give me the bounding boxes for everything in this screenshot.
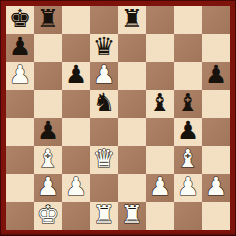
square-d4[interactable] xyxy=(90,118,118,146)
square-f5[interactable]: ♝ xyxy=(146,90,174,118)
square-e7[interactable] xyxy=(118,34,146,62)
white-pawn-g2[interactable]: ♟ xyxy=(177,174,199,201)
white-pawn-f2[interactable]: ♟ xyxy=(149,174,171,201)
square-e2[interactable] xyxy=(118,174,146,202)
square-e3[interactable] xyxy=(118,146,146,174)
white-pawn-b2[interactable]: ♟ xyxy=(37,174,59,201)
white-pawn-a6[interactable]: ♟ xyxy=(9,62,31,89)
black-bishop-f5[interactable]: ♝ xyxy=(149,90,171,117)
square-h4[interactable] xyxy=(202,118,230,146)
square-h8[interactable] xyxy=(202,6,230,34)
white-pawn-h2[interactable]: ♟ xyxy=(205,174,227,201)
square-c7[interactable] xyxy=(62,34,90,62)
black-pawn-g4[interactable]: ♟ xyxy=(177,118,199,145)
square-c3[interactable] xyxy=(62,146,90,174)
square-b1[interactable]: ♚ xyxy=(34,202,62,230)
square-d5[interactable]: ♞ xyxy=(90,90,118,118)
chess-board-frame: ♚♜♜♟♛♟♟♟♟♞♝♝♟♟♝♛♝♟♟♟♟♟♚♜♜ xyxy=(0,0,236,236)
white-rook-d1[interactable]: ♜ xyxy=(93,202,115,229)
square-c6[interactable]: ♟ xyxy=(62,62,90,90)
square-f3[interactable] xyxy=(146,146,174,174)
white-queen-d3[interactable]: ♛ xyxy=(93,146,115,173)
square-f6[interactable] xyxy=(146,62,174,90)
square-h2[interactable]: ♟ xyxy=(202,174,230,202)
square-a3[interactable] xyxy=(6,146,34,174)
square-d3[interactable]: ♛ xyxy=(90,146,118,174)
square-b2[interactable]: ♟ xyxy=(34,174,62,202)
square-e4[interactable] xyxy=(118,118,146,146)
black-queen-d7[interactable]: ♛ xyxy=(93,34,115,61)
white-rook-e1[interactable]: ♜ xyxy=(121,202,143,229)
square-g6[interactable] xyxy=(174,62,202,90)
square-a6[interactable]: ♟ xyxy=(6,62,34,90)
square-d6[interactable]: ♟ xyxy=(90,62,118,90)
square-e1[interactable]: ♜ xyxy=(118,202,146,230)
white-king-b1[interactable]: ♚ xyxy=(37,202,59,229)
square-b7[interactable] xyxy=(34,34,62,62)
white-pawn-c2[interactable]: ♟ xyxy=(65,174,87,201)
square-b6[interactable] xyxy=(34,62,62,90)
square-g3[interactable]: ♝ xyxy=(174,146,202,174)
square-h1[interactable] xyxy=(202,202,230,230)
black-pawn-c6[interactable]: ♟ xyxy=(65,62,87,89)
square-d2[interactable] xyxy=(90,174,118,202)
square-h5[interactable] xyxy=(202,90,230,118)
black-rook-e8[interactable]: ♜ xyxy=(121,6,143,33)
square-g7[interactable] xyxy=(174,34,202,62)
square-c2[interactable]: ♟ xyxy=(62,174,90,202)
square-d7[interactable]: ♛ xyxy=(90,34,118,62)
white-pawn-d6[interactable]: ♟ xyxy=(93,62,115,89)
black-bishop-g5[interactable]: ♝ xyxy=(177,90,199,117)
square-h7[interactable] xyxy=(202,34,230,62)
square-g8[interactable] xyxy=(174,6,202,34)
black-knight-d5[interactable]: ♞ xyxy=(93,90,115,117)
black-pawn-a7[interactable]: ♟ xyxy=(9,34,31,61)
square-e6[interactable] xyxy=(118,62,146,90)
square-a4[interactable] xyxy=(6,118,34,146)
white-bishop-b3[interactable]: ♝ xyxy=(37,146,59,173)
square-b5[interactable] xyxy=(34,90,62,118)
square-c8[interactable] xyxy=(62,6,90,34)
white-bishop-g3[interactable]: ♝ xyxy=(177,146,199,173)
square-b8[interactable]: ♜ xyxy=(34,6,62,34)
square-b3[interactable]: ♝ xyxy=(34,146,62,174)
black-king-a8[interactable]: ♚ xyxy=(9,6,31,33)
square-e5[interactable] xyxy=(118,90,146,118)
square-f4[interactable] xyxy=(146,118,174,146)
square-d1[interactable]: ♜ xyxy=(90,202,118,230)
square-g5[interactable]: ♝ xyxy=(174,90,202,118)
square-h3[interactable] xyxy=(202,146,230,174)
square-a2[interactable] xyxy=(6,174,34,202)
square-g1[interactable] xyxy=(174,202,202,230)
square-c5[interactable] xyxy=(62,90,90,118)
square-a7[interactable]: ♟ xyxy=(6,34,34,62)
square-a5[interactable] xyxy=(6,90,34,118)
square-g2[interactable]: ♟ xyxy=(174,174,202,202)
square-e8[interactable]: ♜ xyxy=(118,6,146,34)
black-rook-b8[interactable]: ♜ xyxy=(37,6,59,33)
black-pawn-h6[interactable]: ♟ xyxy=(205,62,227,89)
square-f8[interactable] xyxy=(146,6,174,34)
square-f2[interactable]: ♟ xyxy=(146,174,174,202)
square-a8[interactable]: ♚ xyxy=(6,6,34,34)
square-f7[interactable] xyxy=(146,34,174,62)
square-b4[interactable]: ♟ xyxy=(34,118,62,146)
black-pawn-b4[interactable]: ♟ xyxy=(37,118,59,145)
square-g4[interactable]: ♟ xyxy=(174,118,202,146)
square-c4[interactable] xyxy=(62,118,90,146)
square-c1[interactable] xyxy=(62,202,90,230)
chess-board: ♚♜♜♟♛♟♟♟♟♞♝♝♟♟♝♛♝♟♟♟♟♟♚♜♜ xyxy=(6,6,230,230)
square-a1[interactable] xyxy=(6,202,34,230)
square-d8[interactable] xyxy=(90,6,118,34)
square-f1[interactable] xyxy=(146,202,174,230)
square-h6[interactable]: ♟ xyxy=(202,62,230,90)
